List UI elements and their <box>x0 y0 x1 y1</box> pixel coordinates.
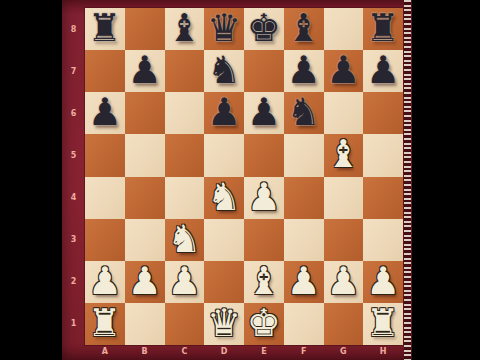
square-c5[interactable] <box>165 134 205 176</box>
square-e1[interactable]: ♚ <box>244 303 284 345</box>
square-d2[interactable] <box>204 261 244 303</box>
square-h4[interactable] <box>363 177 403 219</box>
file-label-h: H <box>363 345 403 358</box>
black-pawn: ♟ <box>287 51 321 89</box>
square-h6[interactable] <box>363 92 403 134</box>
white-pawn: ♟ <box>88 262 122 300</box>
square-g7[interactable]: ♟ <box>324 50 364 92</box>
square-d1[interactable]: ♛ <box>204 303 244 345</box>
rank-label-5: 5 <box>62 134 85 176</box>
black-pawn: ♟ <box>88 93 122 131</box>
black-pawn: ♟ <box>366 51 400 89</box>
square-b2[interactable]: ♟ <box>125 261 165 303</box>
file-label-b: B <box>125 345 165 358</box>
square-a5[interactable] <box>85 134 125 176</box>
square-c2[interactable]: ♟ <box>165 261 205 303</box>
black-pawn: ♟ <box>247 93 281 131</box>
rank-label-3: 3 <box>62 219 85 261</box>
rank-label-7: 7 <box>62 50 85 92</box>
square-h3[interactable] <box>363 219 403 261</box>
white-queen: ♛ <box>207 304 241 342</box>
rank-label-1: 1 <box>62 303 85 345</box>
square-f4[interactable] <box>284 177 324 219</box>
file-label-g: G <box>324 345 364 358</box>
square-f6[interactable]: ♞ <box>284 92 324 134</box>
letterbox-left <box>0 0 62 360</box>
square-h8[interactable]: ♜ <box>363 8 403 50</box>
square-g6[interactable] <box>324 92 364 134</box>
white-knight: ♞ <box>207 178 241 216</box>
square-d8[interactable]: ♛ <box>204 8 244 50</box>
square-c3[interactable]: ♞ <box>165 219 205 261</box>
file-label-c: C <box>165 345 205 358</box>
square-d3[interactable] <box>204 219 244 261</box>
square-g2[interactable]: ♟ <box>324 261 364 303</box>
black-rook: ♜ <box>88 9 122 47</box>
white-pawn: ♟ <box>326 262 360 300</box>
white-rook: ♜ <box>366 304 400 342</box>
square-h7[interactable]: ♟ <box>363 50 403 92</box>
square-e5[interactable] <box>244 134 284 176</box>
square-b1[interactable] <box>125 303 165 345</box>
square-e7[interactable] <box>244 50 284 92</box>
file-label-d: D <box>204 345 244 358</box>
square-h1[interactable]: ♜ <box>363 303 403 345</box>
white-knight: ♞ <box>167 220 201 258</box>
square-b3[interactable] <box>125 219 165 261</box>
square-b7[interactable]: ♟ <box>125 50 165 92</box>
square-c7[interactable] <box>165 50 205 92</box>
black-king: ♚ <box>247 9 281 47</box>
square-a6[interactable]: ♟ <box>85 92 125 134</box>
rank-label-8: 8 <box>62 8 85 50</box>
square-a3[interactable] <box>85 219 125 261</box>
square-d6[interactable]: ♟ <box>204 92 244 134</box>
white-pawn: ♟ <box>167 262 201 300</box>
square-d7[interactable]: ♞ <box>204 50 244 92</box>
square-c6[interactable] <box>165 92 205 134</box>
square-e2[interactable]: ♝ <box>244 261 284 303</box>
square-d4[interactable]: ♞ <box>204 177 244 219</box>
square-f3[interactable] <box>284 219 324 261</box>
square-b4[interactable] <box>125 177 165 219</box>
letterbox-right <box>412 0 480 360</box>
white-bishop: ♝ <box>326 135 360 173</box>
square-f8[interactable]: ♝ <box>284 8 324 50</box>
white-king: ♚ <box>247 304 281 342</box>
square-g8[interactable] <box>324 8 364 50</box>
square-e8[interactable]: ♚ <box>244 8 284 50</box>
square-a7[interactable] <box>85 50 125 92</box>
black-knight: ♞ <box>287 93 321 131</box>
square-a4[interactable] <box>85 177 125 219</box>
square-f5[interactable] <box>284 134 324 176</box>
rank-labels: 87654321 <box>62 8 85 345</box>
square-b5[interactable] <box>125 134 165 176</box>
square-f2[interactable]: ♟ <box>284 261 324 303</box>
square-e3[interactable] <box>244 219 284 261</box>
square-a1[interactable]: ♜ <box>85 303 125 345</box>
square-a8[interactable]: ♜ <box>85 8 125 50</box>
chess-board: ♜♝♛♚♝♜♟♞♟♟♟♟♟♟♞♝♞♟♞♟♟♟♝♟♟♟♜♛♚♜ <box>85 8 403 345</box>
square-g4[interactable] <box>324 177 364 219</box>
white-rook: ♜ <box>88 304 122 342</box>
white-pawn: ♟ <box>247 178 281 216</box>
black-queen: ♛ <box>207 9 241 47</box>
square-g5[interactable]: ♝ <box>324 134 364 176</box>
square-h5[interactable] <box>363 134 403 176</box>
board-frame: 87654321 ♜♝♛♚♝♜♟♞♟♟♟♟♟♟♞♝♞♟♞♟♟♟♝♟♟♟♜♛♚♜ … <box>62 0 412 360</box>
square-b8[interactable] <box>125 8 165 50</box>
stitched-edge-decoration <box>404 0 411 360</box>
square-h2[interactable]: ♟ <box>363 261 403 303</box>
file-label-e: E <box>244 345 284 358</box>
white-bishop: ♝ <box>247 262 281 300</box>
black-pawn: ♟ <box>326 51 360 89</box>
rank-label-2: 2 <box>62 261 85 303</box>
file-label-a: A <box>85 345 125 358</box>
square-g1[interactable] <box>324 303 364 345</box>
square-c4[interactable] <box>165 177 205 219</box>
black-pawn: ♟ <box>128 51 162 89</box>
white-pawn: ♟ <box>287 262 321 300</box>
rank-label-6: 6 <box>62 92 85 134</box>
black-bishop: ♝ <box>287 9 321 47</box>
square-e4[interactable]: ♟ <box>244 177 284 219</box>
square-c1[interactable] <box>165 303 205 345</box>
black-bishop: ♝ <box>167 9 201 47</box>
black-pawn: ♟ <box>207 93 241 131</box>
file-labels: ABCDEFGH <box>85 345 403 358</box>
white-pawn: ♟ <box>128 262 162 300</box>
black-knight: ♞ <box>207 51 241 89</box>
square-a2[interactable]: ♟ <box>85 261 125 303</box>
square-b6[interactable] <box>125 92 165 134</box>
rank-label-4: 4 <box>62 177 85 219</box>
file-label-f: F <box>284 345 324 358</box>
black-rook: ♜ <box>366 9 400 47</box>
square-f7[interactable]: ♟ <box>284 50 324 92</box>
square-e6[interactable]: ♟ <box>244 92 284 134</box>
square-d5[interactable] <box>204 134 244 176</box>
square-f1[interactable] <box>284 303 324 345</box>
white-pawn: ♟ <box>366 262 400 300</box>
square-g3[interactable] <box>324 219 364 261</box>
square-c8[interactable]: ♝ <box>165 8 205 50</box>
